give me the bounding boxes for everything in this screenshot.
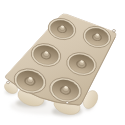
product-photo [0,0,125,125]
donut-mold-illustration [0,0,125,125]
